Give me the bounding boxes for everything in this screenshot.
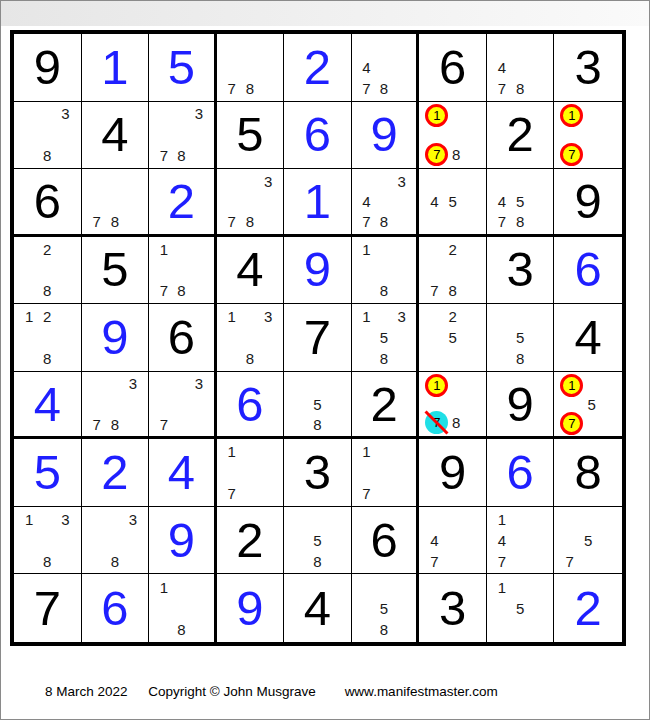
candidate-7: 7 — [493, 78, 511, 99]
candidate-8: 8 — [38, 348, 56, 369]
candidate-grid: 278 — [425, 239, 480, 302]
candidate-grid: 178 — [155, 239, 208, 302]
cell-r2c2[interactable]: 4 — [82, 102, 150, 170]
candidate-8: 8 — [38, 551, 56, 572]
candidate-8: 8 — [448, 143, 464, 166]
candidate-1-highlighted: 1 — [560, 374, 583, 397]
candidate-grid: 378 — [88, 374, 143, 435]
candidate-grid: 78 — [223, 36, 278, 99]
cell-r7c1[interactable]: 5 — [14, 439, 82, 507]
candidate-5: 5 — [444, 191, 462, 211]
cell-r8c5[interactable]: 58 — [284, 507, 352, 575]
cell-r6c6[interactable]: 2 — [352, 372, 420, 440]
cell-r2c5[interactable]: 6 — [284, 102, 352, 170]
given-digit: 2 — [507, 110, 534, 159]
solved-digit: 6 — [575, 245, 602, 294]
given-digit: 5 — [236, 110, 263, 159]
candidate-7: 7 — [155, 145, 173, 166]
cell-r3c5[interactable]: 1 — [284, 169, 352, 237]
cell-r5c6[interactable]: 1358 — [352, 304, 420, 372]
candidate-grid: 128 — [20, 306, 75, 369]
solved-digit: 4 — [168, 448, 195, 497]
candidate-7: 7 — [155, 414, 173, 434]
candidate-5: 5 — [444, 327, 462, 348]
solved-digit: 6 — [101, 584, 128, 633]
cell-r1c8[interactable]: 478 — [487, 34, 555, 102]
cell-r8c9[interactable]: 57 — [554, 507, 622, 575]
candidate-2: 2 — [444, 239, 462, 260]
cell-r9c3[interactable]: 18 — [149, 574, 217, 642]
given-digit: 3 — [304, 448, 331, 497]
candidate-7: 7 — [155, 280, 173, 301]
candidate-7-highlighted: 7 — [425, 143, 448, 166]
given-digit: 8 — [575, 448, 602, 497]
cell-r7c6[interactable]: 17 — [352, 439, 420, 507]
cell-r7c4[interactable]: 17 — [217, 439, 285, 507]
cell-r4c1[interactable]: 28 — [14, 237, 82, 305]
highlight-circle: 7 — [560, 412, 583, 435]
given-digit: 3 — [575, 43, 602, 92]
highlight-circle: 1 — [425, 374, 448, 397]
candidate-5: 5 — [375, 327, 393, 348]
cell-r6c1[interactable]: 4 — [14, 372, 82, 440]
solved-digit: 1 — [304, 177, 331, 226]
candidate-grid: 47 — [425, 509, 480, 572]
cell-r4c8[interactable]: 3 — [487, 237, 555, 305]
cell-r6c2[interactable]: 378 — [82, 372, 150, 440]
footer-date: 8 March 2022 — [45, 684, 128, 699]
solved-digit: 9 — [304, 245, 331, 294]
cell-r8c7[interactable]: 47 — [419, 507, 487, 575]
candidate-7: 7 — [493, 211, 511, 231]
candidate-3: 3 — [190, 104, 208, 125]
candidate-5: 5 — [308, 530, 326, 551]
candidate-grid: 178 — [425, 374, 480, 435]
candidate-grid: 3478 — [358, 171, 411, 232]
candidate-1: 1 — [223, 441, 241, 462]
cell-r9c6[interactable]: 58 — [352, 574, 420, 642]
given-digit: 6 — [168, 313, 195, 362]
given-digit: 3 — [507, 245, 534, 294]
cell-r9c7[interactable]: 3 — [419, 574, 487, 642]
candidate-3: 3 — [56, 104, 74, 125]
footer-copyright: Copyright © John Musgrave — [148, 684, 316, 699]
candidate-8: 8 — [448, 411, 464, 434]
candidate-7-highlighted: 7 — [560, 143, 583, 166]
highlight-circle: 1 — [560, 104, 583, 127]
cell-r4c4[interactable]: 4 — [217, 237, 285, 305]
candidate-8: 8 — [308, 414, 326, 434]
candidate-grid: 478 — [358, 36, 411, 99]
candidate-grid: 378 — [155, 104, 208, 167]
candidate-8: 8 — [511, 211, 529, 231]
candidate-8: 8 — [308, 551, 326, 572]
cell-r1c7[interactable]: 6 — [419, 34, 487, 102]
cell-r1c3[interactable]: 5 — [149, 34, 217, 102]
candidate-4: 4 — [493, 57, 511, 78]
candidate-grid: 17 — [223, 441, 278, 504]
given-digit: 7 — [34, 584, 61, 633]
cell-r6c4[interactable]: 6 — [217, 372, 285, 440]
candidate-grid: 17 — [560, 104, 616, 167]
cell-r5c9[interactable]: 4 — [554, 304, 622, 372]
cell-r3c8[interactable]: 4578 — [487, 169, 555, 237]
candidate-7: 7 — [88, 414, 106, 434]
candidate-grid: 57 — [560, 509, 616, 572]
candidate-3: 3 — [393, 306, 411, 327]
candidate-grid: 157 — [560, 374, 616, 435]
candidate-8: 8 — [173, 280, 191, 301]
candidate-4: 4 — [425, 191, 443, 211]
candidate-1: 1 — [358, 306, 376, 327]
highlight-circle: 7 — [425, 143, 448, 166]
cell-r3c9[interactable]: 9 — [554, 169, 622, 237]
candidate-4: 4 — [493, 530, 511, 551]
cell-r2c4[interactable]: 5 — [217, 102, 285, 170]
candidate-7: 7 — [425, 551, 443, 572]
candidate-grid: 178 — [425, 104, 480, 167]
cell-r3c7[interactable]: 45 — [419, 169, 487, 237]
cell-r4c6[interactable]: 18 — [352, 237, 420, 305]
given-digit: 6 — [370, 516, 397, 565]
cell-r7c9[interactable]: 8 — [554, 439, 622, 507]
cell-r9c1[interactable]: 7 — [14, 574, 82, 642]
cell-r6c7[interactable]: 178 — [419, 372, 487, 440]
cell-r7c8[interactable]: 6 — [487, 439, 555, 507]
elimination-circle: 7 — [425, 411, 448, 434]
candidate-8: 8 — [106, 414, 124, 434]
candidate-grid: 45 — [425, 171, 480, 232]
cell-r3c2[interactable]: 78 — [82, 169, 150, 237]
solved-digit: 2 — [101, 448, 128, 497]
candidate-2: 2 — [444, 306, 462, 327]
candidate-7: 7 — [493, 551, 511, 572]
candidate-grid: 1358 — [358, 306, 411, 369]
given-digit: 7 — [304, 313, 331, 362]
footer-website[interactable]: www.manifestmaster.com — [345, 684, 498, 699]
cell-r6c9[interactable]: 157 — [554, 372, 622, 440]
cell-r6c8[interactable]: 9 — [487, 372, 555, 440]
highlight-circle: 1 — [560, 374, 583, 397]
candidate-8: 8 — [173, 145, 191, 166]
candidate-1: 1 — [493, 576, 511, 597]
candidate-grid: 37 — [155, 374, 208, 435]
candidate-3: 3 — [56, 509, 74, 530]
candidate-1-highlighted: 1 — [560, 104, 583, 127]
candidate-grid: 378 — [223, 171, 278, 232]
cell-r9c9[interactable]: 2 — [554, 574, 622, 642]
candidate-5: 5 — [579, 530, 598, 551]
candidate-7: 7 — [358, 211, 376, 231]
candidate-8: 8 — [241, 78, 259, 99]
candidate-1: 1 — [155, 576, 173, 597]
candidate-grid: 138 — [20, 509, 75, 572]
cell-r1c6[interactable]: 478 — [352, 34, 420, 102]
candidate-4: 4 — [425, 530, 443, 551]
candidate-grid: 138 — [223, 306, 278, 369]
candidate-grid: 58 — [358, 576, 411, 640]
candidate-grid: 15 — [493, 576, 548, 640]
titlebar — [1, 1, 649, 26]
candidate-4: 4 — [358, 191, 376, 211]
cell-r8c8[interactable]: 147 — [487, 507, 555, 575]
cell-r2c1[interactable]: 38 — [14, 102, 82, 170]
candidate-8: 8 — [173, 619, 191, 640]
candidate-1: 1 — [358, 239, 376, 260]
cell-r5c2[interactable]: 9 — [82, 304, 150, 372]
candidate-1: 1 — [493, 509, 511, 530]
candidate-8: 8 — [511, 78, 529, 99]
candidate-grid: 147 — [493, 509, 548, 572]
cell-r3c1[interactable]: 6 — [14, 169, 82, 237]
candidate-5: 5 — [511, 191, 529, 211]
candidate-1: 1 — [358, 441, 376, 462]
given-digit: 9 — [507, 380, 534, 429]
cell-r5c3[interactable]: 6 — [149, 304, 217, 372]
cell-r9c5[interactable]: 4 — [284, 574, 352, 642]
cell-r5c7[interactable]: 25 — [419, 304, 487, 372]
solved-digit: 2 — [575, 584, 602, 633]
candidate-7-eliminated: 7 — [425, 411, 448, 434]
solved-digit: 4 — [34, 380, 61, 429]
cell-r7c5[interactable]: 3 — [284, 439, 352, 507]
given-digit: 9 — [439, 448, 466, 497]
given-digit: 6 — [439, 43, 466, 92]
candidate-3: 3 — [190, 374, 208, 394]
candidate-4: 4 — [358, 57, 376, 78]
candidate-1-highlighted: 1 — [425, 374, 448, 397]
candidate-2: 2 — [38, 239, 56, 260]
solved-digit: 9 — [236, 584, 263, 633]
candidate-5: 5 — [511, 598, 529, 619]
given-digit: 2 — [370, 380, 397, 429]
footer: 8 March 2022 Copyright © John Musgrave w… — [45, 684, 498, 699]
given-digit: 3 — [439, 584, 466, 633]
candidate-8: 8 — [444, 280, 462, 301]
candidate-1: 1 — [155, 239, 173, 260]
cell-r8c4[interactable]: 2 — [217, 507, 285, 575]
candidate-1: 1 — [223, 306, 241, 327]
cell-r9c2[interactable]: 6 — [82, 574, 150, 642]
solved-digit: 6 — [507, 448, 534, 497]
candidate-4: 4 — [493, 191, 511, 211]
page: 9157824786478338437856917821767823781347… — [0, 0, 650, 720]
candidate-3: 3 — [259, 306, 277, 327]
candidate-grid: 25 — [425, 306, 480, 369]
candidate-5: 5 — [511, 327, 529, 348]
cell-r3c4[interactable]: 378 — [217, 169, 285, 237]
candidate-grid: 58 — [290, 374, 345, 435]
cell-r7c2[interactable]: 2 — [82, 439, 150, 507]
candidate-grid: 18 — [358, 239, 411, 302]
solved-digit: 5 — [34, 448, 61, 497]
candidate-grid: 478 — [493, 36, 548, 99]
candidate-grid: 28 — [20, 239, 75, 302]
cell-r6c3[interactable]: 37 — [149, 372, 217, 440]
candidate-8: 8 — [241, 211, 259, 231]
cell-r5c5[interactable]: 7 — [284, 304, 352, 372]
candidate-7: 7 — [223, 78, 241, 99]
solved-digit: 1 — [101, 43, 128, 92]
given-digit: 5 — [101, 245, 128, 294]
cell-r4c7[interactable]: 278 — [419, 237, 487, 305]
cell-r1c5[interactable]: 2 — [284, 34, 352, 102]
cell-r8c2[interactable]: 38 — [82, 507, 150, 575]
candidate-5: 5 — [375, 598, 393, 619]
candidate-7: 7 — [223, 483, 241, 504]
highlight-circle: 7 — [560, 143, 583, 166]
candidate-2: 2 — [38, 306, 56, 327]
cell-r8c3[interactable]: 9 — [149, 507, 217, 575]
candidate-3: 3 — [259, 171, 277, 191]
solved-digit: 9 — [370, 110, 397, 159]
cell-r2c7[interactable]: 178 — [419, 102, 487, 170]
candidate-8: 8 — [511, 348, 529, 369]
candidate-5: 5 — [583, 397, 599, 412]
candidate-8: 8 — [375, 280, 393, 301]
cell-r4c2[interactable]: 5 — [82, 237, 150, 305]
cell-r2c6[interactable]: 9 — [352, 102, 420, 170]
cell-r1c2[interactable]: 1 — [82, 34, 150, 102]
cell-r2c9[interactable]: 17 — [554, 102, 622, 170]
cell-r1c9[interactable]: 3 — [554, 34, 622, 102]
candidate-grid: 18 — [155, 576, 208, 640]
cell-r6c5[interactable]: 58 — [284, 372, 352, 440]
candidate-1: 1 — [20, 509, 38, 530]
candidate-8: 8 — [38, 145, 56, 166]
cell-r3c3[interactable]: 2 — [149, 169, 217, 237]
solved-digit: 6 — [304, 110, 331, 159]
cell-r9c4[interactable]: 9 — [217, 574, 285, 642]
candidate-3: 3 — [393, 171, 411, 191]
cell-r7c7[interactable]: 9 — [419, 439, 487, 507]
given-digit: 4 — [304, 584, 331, 633]
cell-r4c5[interactable]: 9 — [284, 237, 352, 305]
cell-r1c4[interactable]: 78 — [217, 34, 285, 102]
candidate-7: 7 — [560, 551, 579, 572]
given-digit: 4 — [575, 313, 602, 362]
candidate-8: 8 — [106, 211, 124, 231]
cell-r4c3[interactable]: 178 — [149, 237, 217, 305]
candidate-7: 7 — [358, 78, 376, 99]
sudoku-board: 9157824786478338437856917821767823781347… — [10, 30, 626, 646]
candidate-3: 3 — [124, 509, 142, 530]
solved-digit: 2 — [168, 177, 195, 226]
cell-r4c9[interactable]: 6 — [554, 237, 622, 305]
given-digit: 9 — [575, 177, 602, 226]
candidate-7: 7 — [223, 211, 241, 231]
candidate-8: 8 — [375, 348, 393, 369]
candidate-1-highlighted: 1 — [425, 104, 448, 127]
candidate-8: 8 — [241, 348, 259, 369]
candidate-grid: 38 — [20, 104, 75, 167]
candidate-grid: 4578 — [493, 171, 548, 232]
candidate-1: 1 — [20, 306, 38, 327]
cell-r8c1[interactable]: 138 — [14, 507, 82, 575]
given-digit: 4 — [236, 245, 263, 294]
candidate-grid: 38 — [88, 509, 143, 572]
candidate-8: 8 — [38, 280, 56, 301]
candidate-7: 7 — [425, 280, 443, 301]
candidate-7: 7 — [88, 211, 106, 231]
given-digit: 6 — [34, 177, 61, 226]
candidate-grid: 58 — [493, 306, 548, 369]
solved-digit: 9 — [101, 313, 128, 362]
cell-r8c6[interactable]: 6 — [352, 507, 420, 575]
cell-r3c6[interactable]: 3478 — [352, 169, 420, 237]
cell-r5c4[interactable]: 138 — [217, 304, 285, 372]
cell-r2c3[interactable]: 378 — [149, 102, 217, 170]
candidate-3: 3 — [124, 374, 142, 394]
cell-r5c1[interactable]: 128 — [14, 304, 82, 372]
highlight-circle: 1 — [425, 104, 448, 127]
solved-digit: 5 — [168, 43, 195, 92]
candidate-8: 8 — [106, 551, 124, 572]
candidate-7: 7 — [358, 483, 376, 504]
given-digit: 9 — [34, 43, 61, 92]
candidate-8: 8 — [375, 211, 393, 231]
candidate-grid: 58 — [290, 509, 345, 572]
cell-r2c8[interactable]: 2 — [487, 102, 555, 170]
candidate-8: 8 — [375, 619, 393, 640]
cell-r5c8[interactable]: 58 — [487, 304, 555, 372]
cell-r1c1[interactable]: 9 — [14, 34, 82, 102]
given-digit: 4 — [101, 110, 128, 159]
candidate-grid: 78 — [88, 171, 143, 232]
given-digit: 2 — [236, 516, 263, 565]
solved-digit: 9 — [168, 516, 195, 565]
candidate-7-highlighted: 7 — [560, 412, 583, 435]
candidate-8: 8 — [375, 78, 393, 99]
cell-r7c3[interactable]: 4 — [149, 439, 217, 507]
solved-digit: 6 — [236, 380, 263, 429]
solved-digit: 2 — [304, 43, 331, 92]
cell-r9c8[interactable]: 15 — [487, 574, 555, 642]
candidate-grid: 17 — [358, 441, 411, 504]
candidate-5: 5 — [308, 394, 326, 414]
